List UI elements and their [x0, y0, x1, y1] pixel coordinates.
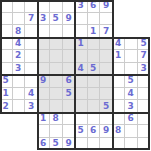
cell-r10c5: 8	[50, 113, 63, 126]
cell-r7c9[interactable]	[100, 75, 113, 88]
sudoku-board: 3697359817414521734535965145423531865698…	[0, 0, 150, 150]
cell-r5c8[interactable]	[88, 50, 101, 63]
cell-r2c1[interactable]	[0, 13, 13, 26]
cell-r6c8: 5	[88, 63, 101, 76]
cell-r1c1[interactable]	[0, 0, 13, 13]
cell-r1c8: 6	[88, 0, 101, 13]
cell-r4c11[interactable]	[125, 38, 138, 51]
cell-r2c7[interactable]	[75, 13, 88, 26]
cell-r12c12[interactable]	[138, 138, 151, 151]
cell-r2c9[interactable]	[100, 13, 113, 26]
cell-r6c7: 4	[75, 63, 88, 76]
cell-r1c4[interactable]	[38, 0, 51, 13]
cell-r5c3[interactable]	[25, 50, 38, 63]
cell-r7c4: 9	[38, 75, 51, 88]
cell-r7c3[interactable]	[25, 75, 38, 88]
cell-r4c10: 4	[113, 38, 126, 51]
cell-r9c7[interactable]	[75, 100, 88, 113]
cell-r10c11: 6	[125, 113, 138, 126]
cell-r6c12: 3	[138, 63, 151, 76]
cell-r11c11[interactable]	[125, 125, 138, 138]
cell-r5c4[interactable]	[38, 50, 51, 63]
cell-r6c4[interactable]	[38, 63, 51, 76]
cell-r3c9: 7	[100, 25, 113, 38]
cell-r7c6: 6	[63, 75, 76, 88]
cell-r9c4[interactable]	[38, 100, 51, 113]
cell-r3c4[interactable]	[38, 25, 51, 38]
cell-r3c8: 1	[88, 25, 101, 38]
cell-r9c1: 2	[0, 100, 13, 113]
cell-r8c8[interactable]	[88, 88, 101, 101]
cell-r12c4: 6	[38, 138, 51, 151]
cell-r1c6[interactable]	[63, 0, 76, 13]
cell-r12c5: 5	[50, 138, 63, 151]
cell-r8c6: 5	[63, 88, 76, 101]
cell-r10c6[interactable]	[63, 113, 76, 126]
cell-r7c8[interactable]	[88, 75, 101, 88]
cell-r7c1: 5	[0, 75, 13, 88]
cell-r6c2: 3	[13, 63, 26, 76]
cell-r10c8[interactable]	[88, 113, 101, 126]
cell-r2c2[interactable]	[13, 13, 26, 26]
cell-r10c9[interactable]	[100, 113, 113, 126]
cell-r6c10[interactable]	[113, 63, 126, 76]
cell-r1c2[interactable]	[13, 0, 26, 13]
cell-r2c4: 3	[38, 13, 51, 26]
cell-r12c6: 9	[63, 138, 76, 151]
cell-r7c10[interactable]	[113, 75, 126, 88]
cell-r9c6[interactable]	[63, 100, 76, 113]
cell-r12c7[interactable]	[75, 138, 88, 151]
cell-r3c5[interactable]	[50, 25, 63, 38]
cell-r1c5[interactable]	[50, 0, 63, 13]
cell-r9c11: 3	[125, 100, 138, 113]
cell-r6c9[interactable]	[100, 63, 113, 76]
cell-r8c2[interactable]	[13, 88, 26, 101]
cell-r6c3[interactable]	[25, 63, 38, 76]
cell-r6c5[interactable]	[50, 63, 63, 76]
cell-r9c2[interactable]	[13, 100, 26, 113]
cell-r3c7[interactable]	[75, 25, 88, 38]
cell-r5c2: 2	[13, 50, 26, 63]
cell-r5c7[interactable]	[75, 50, 88, 63]
cell-r10c12[interactable]	[138, 113, 151, 126]
cell-r11c5[interactable]	[50, 125, 63, 138]
cell-r8c9[interactable]	[100, 88, 113, 101]
cell-r5c10: 1	[113, 50, 126, 63]
cell-r8c7[interactable]	[75, 88, 88, 101]
cell-r8c4[interactable]	[38, 88, 51, 101]
cell-r1c3[interactable]	[25, 0, 38, 13]
cell-r7c12[interactable]	[138, 75, 151, 88]
cell-r6c6[interactable]	[63, 63, 76, 76]
cell-r9c9: 5	[100, 100, 113, 113]
cell-r4c1[interactable]	[0, 38, 13, 51]
cell-r5c1[interactable]	[0, 50, 13, 63]
cell-r5c9[interactable]	[100, 50, 113, 63]
cell-r7c2[interactable]	[13, 75, 26, 88]
cell-r1c9: 9	[100, 0, 113, 13]
cell-r2c8[interactable]	[88, 13, 101, 26]
cell-r8c10[interactable]	[113, 88, 126, 101]
cell-r10c7[interactable]	[75, 113, 88, 126]
cell-r8c3: 4	[25, 88, 38, 101]
cell-r9c3: 3	[25, 100, 38, 113]
cell-r11c12[interactable]	[138, 125, 151, 138]
cell-r11c6[interactable]	[63, 125, 76, 138]
cell-r2c6: 9	[63, 13, 76, 26]
cell-r1c7: 3	[75, 0, 88, 13]
cell-r5c6[interactable]	[63, 50, 76, 63]
cell-r8c12[interactable]	[138, 88, 151, 101]
cell-r7c7[interactable]	[75, 75, 88, 88]
cell-r3c2: 8	[13, 25, 26, 38]
cell-r11c4[interactable]	[38, 125, 51, 138]
cell-r4c2: 4	[13, 38, 26, 51]
cell-r11c9: 9	[100, 125, 113, 138]
cell-r4c3[interactable]	[25, 38, 38, 51]
cell-r9c12[interactable]	[138, 100, 151, 113]
cell-r4c9[interactable]	[100, 38, 113, 51]
cell-r10c10[interactable]	[113, 113, 126, 126]
cell-r7c5[interactable]	[50, 75, 63, 88]
cell-r9c5[interactable]	[50, 100, 63, 113]
cell-r4c8[interactable]	[88, 38, 101, 51]
cell-r11c10: 8	[113, 125, 126, 138]
cell-r3c3[interactable]	[25, 25, 38, 38]
cell-r11c7: 5	[75, 125, 88, 138]
cell-r6c11[interactable]	[125, 63, 138, 76]
cell-r3c6[interactable]	[63, 25, 76, 38]
cell-r7c11: 5	[125, 75, 138, 88]
cell-r6c1[interactable]	[0, 63, 13, 76]
cell-r8c1: 1	[0, 88, 13, 101]
cell-r11c8: 6	[88, 125, 101, 138]
cell-r4c4[interactable]	[38, 38, 51, 51]
cell-r5c5[interactable]	[50, 50, 63, 63]
cell-r4c6[interactable]	[63, 38, 76, 51]
cell-r12c9[interactable]	[100, 138, 113, 151]
cell-r9c8[interactable]	[88, 100, 101, 113]
cell-r8c11: 4	[125, 88, 138, 101]
cell-r9c10[interactable]	[113, 100, 126, 113]
cell-r2c3: 7	[25, 13, 38, 26]
cell-r12c11[interactable]	[125, 138, 138, 151]
cell-r10c4: 1	[38, 113, 51, 126]
cell-r12c8[interactable]	[88, 138, 101, 151]
cell-r12c10[interactable]	[113, 138, 126, 151]
cell-r5c11[interactable]	[125, 50, 138, 63]
cell-r8c5[interactable]	[50, 88, 63, 101]
cell-r4c12: 5	[138, 38, 151, 51]
cell-r3c1[interactable]	[0, 25, 13, 38]
cell-r4c5[interactable]	[50, 38, 63, 51]
cell-r4c7: 1	[75, 38, 88, 51]
cell-r2c5: 5	[50, 13, 63, 26]
cell-r5c12: 7	[138, 50, 151, 63]
